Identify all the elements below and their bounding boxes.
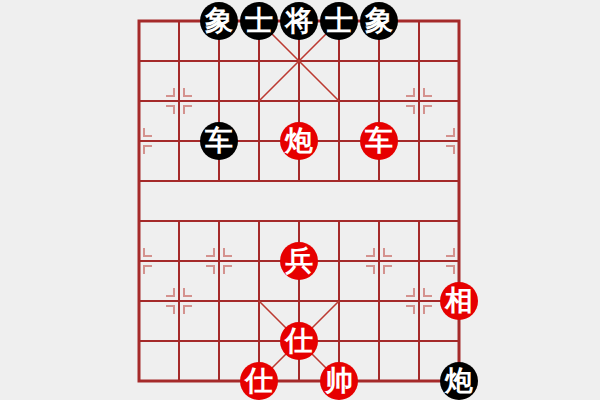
piece-black-chariot[interactable]: 车 <box>200 122 238 160</box>
xiangqi-board: 象士将士象车炮车兵相仕仕帅炮 <box>119 1 479 400</box>
piece-red-cannon[interactable]: 炮 <box>280 122 318 160</box>
piece-black-advisor[interactable]: 士 <box>240 2 278 40</box>
piece-black-general[interactable]: 将 <box>280 2 318 40</box>
piece-black-cannon[interactable]: 炮 <box>440 362 478 400</box>
piece-black-elephant[interactable]: 象 <box>360 2 398 40</box>
piece-black-advisor[interactable]: 士 <box>320 2 358 40</box>
piece-red-elephant[interactable]: 相 <box>440 282 478 320</box>
piece-black-elephant[interactable]: 象 <box>200 2 238 40</box>
piece-red-general[interactable]: 帅 <box>320 362 358 400</box>
piece-red-chariot[interactable]: 车 <box>360 122 398 160</box>
piece-red-advisor[interactable]: 仕 <box>240 362 278 400</box>
pieces-layer: 象士将士象车炮车兵相仕仕帅炮 <box>119 1 479 400</box>
xiangqi-diagram: 象士将士象车炮车兵相仕仕帅炮 <box>0 0 600 400</box>
piece-red-advisor[interactable]: 仕 <box>280 322 318 360</box>
piece-red-soldier[interactable]: 兵 <box>280 242 318 280</box>
